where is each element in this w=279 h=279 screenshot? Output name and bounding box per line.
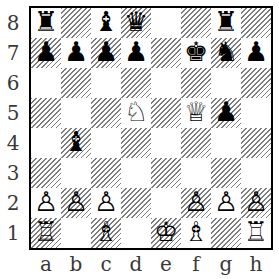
- square-h1[interactable]: ♖: [241, 218, 271, 248]
- file-label-g: g: [211, 251, 241, 277]
- piece-white-pawn[interactable]: ♙: [214, 187, 238, 217]
- square-e2[interactable]: [151, 188, 181, 218]
- rank-label-8: 8: [0, 8, 26, 38]
- piece-white-rook[interactable]: ♖: [244, 217, 268, 247]
- rank-label-4: 4: [0, 128, 26, 158]
- piece-black-bishop[interactable]: ♝: [94, 7, 118, 37]
- piece-black-pawn[interactable]: ♟: [244, 37, 268, 67]
- piece-white-pawn[interactable]: ♙: [94, 187, 118, 217]
- square-a8[interactable]: ♜: [31, 8, 61, 38]
- piece-white-king[interactable]: ♔: [154, 217, 178, 247]
- square-a5[interactable]: [31, 98, 61, 128]
- square-d4[interactable]: [121, 128, 151, 158]
- square-c2[interactable]: ♙: [91, 188, 121, 218]
- piece-black-pawn[interactable]: ♟: [34, 37, 58, 67]
- square-d1[interactable]: [121, 218, 151, 248]
- square-b1[interactable]: [61, 218, 91, 248]
- square-c7[interactable]: ♟: [91, 38, 121, 68]
- file-label-h: h: [241, 251, 271, 277]
- square-f2[interactable]: ♙: [181, 188, 211, 218]
- square-h8[interactable]: [241, 8, 271, 38]
- square-a7[interactable]: ♟: [31, 38, 61, 68]
- square-d8[interactable]: ♛: [121, 8, 151, 38]
- chess-diagram: 8 7 6 5 4 3 2 1 ♜♝♛♜♟♟♟♟♚♞♟♘♕♟♝♙♙♙♙♙♙♖♗♔…: [0, 0, 279, 279]
- square-b2[interactable]: ♙: [61, 188, 91, 218]
- square-g6[interactable]: [211, 68, 241, 98]
- file-label-b: b: [61, 251, 91, 277]
- rank-label-5: 5: [0, 98, 26, 128]
- piece-white-pawn[interactable]: ♙: [64, 187, 88, 217]
- piece-black-pawn[interactable]: ♟: [124, 37, 148, 67]
- piece-black-rook[interactable]: ♜: [34, 7, 58, 37]
- square-g8[interactable]: ♜: [211, 8, 241, 38]
- square-f7[interactable]: ♚: [181, 38, 211, 68]
- square-a3[interactable]: [31, 158, 61, 188]
- rank-labels: 8 7 6 5 4 3 2 1: [0, 8, 26, 248]
- rank-label-3: 3: [0, 158, 26, 188]
- square-c4[interactable]: [91, 128, 121, 158]
- square-c8[interactable]: ♝: [91, 8, 121, 38]
- square-d6[interactable]: [121, 68, 151, 98]
- file-labels: a b c d e f g h: [31, 251, 271, 277]
- piece-white-queen[interactable]: ♕: [184, 97, 208, 127]
- piece-black-pawn[interactable]: ♟: [94, 37, 118, 67]
- square-d2[interactable]: [121, 188, 151, 218]
- square-c3[interactable]: [91, 158, 121, 188]
- square-e8[interactable]: [151, 8, 181, 38]
- square-e1[interactable]: ♔: [151, 218, 181, 248]
- square-f3[interactable]: [181, 158, 211, 188]
- square-g1[interactable]: [211, 218, 241, 248]
- rank-label-7: 7: [0, 38, 26, 68]
- square-e3[interactable]: [151, 158, 181, 188]
- piece-black-knight[interactable]: ♞: [214, 37, 238, 67]
- file-label-e: e: [151, 251, 181, 277]
- piece-white-bishop[interactable]: ♗: [184, 217, 208, 247]
- square-h6[interactable]: [241, 68, 271, 98]
- square-g7[interactable]: ♞: [211, 38, 241, 68]
- square-b6[interactable]: [61, 68, 91, 98]
- rank-label-6: 6: [0, 68, 26, 98]
- piece-white-knight[interactable]: ♘: [124, 97, 148, 127]
- square-e5[interactable]: [151, 98, 181, 128]
- square-g2[interactable]: ♙: [211, 188, 241, 218]
- square-b8[interactable]: [61, 8, 91, 38]
- piece-black-pawn[interactable]: ♟: [214, 97, 238, 127]
- file-label-d: d: [121, 251, 151, 277]
- square-a6[interactable]: [31, 68, 61, 98]
- square-c6[interactable]: [91, 68, 121, 98]
- square-h3[interactable]: [241, 158, 271, 188]
- square-g3[interactable]: [211, 158, 241, 188]
- file-label-f: f: [181, 251, 211, 277]
- square-g5[interactable]: ♟: [211, 98, 241, 128]
- piece-black-queen[interactable]: ♛: [124, 7, 148, 37]
- square-d5[interactable]: ♘: [121, 98, 151, 128]
- square-b3[interactable]: [61, 158, 91, 188]
- square-f1[interactable]: ♗: [181, 218, 211, 248]
- square-g4[interactable]: [211, 128, 241, 158]
- square-e4[interactable]: [151, 128, 181, 158]
- square-h4[interactable]: [241, 128, 271, 158]
- square-e7[interactable]: [151, 38, 181, 68]
- square-a1[interactable]: ♖: [31, 218, 61, 248]
- rank-label-2: 2: [0, 188, 26, 218]
- square-f4[interactable]: [181, 128, 211, 158]
- piece-white-pawn[interactable]: ♙: [34, 187, 58, 217]
- square-h7[interactable]: ♟: [241, 38, 271, 68]
- square-c5[interactable]: [91, 98, 121, 128]
- piece-white-pawn[interactable]: ♙: [184, 187, 208, 217]
- square-e6[interactable]: [151, 68, 181, 98]
- rank-label-1: 1: [0, 218, 26, 248]
- piece-black-rook[interactable]: ♜: [214, 7, 238, 37]
- piece-white-rook[interactable]: ♖: [34, 217, 58, 247]
- piece-black-pawn[interactable]: ♟: [64, 37, 88, 67]
- square-f6[interactable]: [181, 68, 211, 98]
- square-a4[interactable]: [31, 128, 61, 158]
- square-d3[interactable]: [121, 158, 151, 188]
- piece-black-bishop[interactable]: ♝: [64, 127, 88, 157]
- square-c1[interactable]: ♗: [91, 218, 121, 248]
- piece-white-pawn[interactable]: ♙: [244, 187, 268, 217]
- square-b5[interactable]: [61, 98, 91, 128]
- file-label-c: c: [91, 251, 121, 277]
- square-a2[interactable]: ♙: [31, 188, 61, 218]
- chess-board: ♜♝♛♜♟♟♟♟♚♞♟♘♕♟♝♙♙♙♙♙♙♖♗♔♗♖: [29, 6, 273, 250]
- piece-white-bishop[interactable]: ♗: [94, 217, 118, 247]
- square-f8[interactable]: [181, 8, 211, 38]
- square-d7[interactable]: ♟: [121, 38, 151, 68]
- square-f5[interactable]: ♕: [181, 98, 211, 128]
- piece-black-king[interactable]: ♚: [184, 37, 208, 67]
- square-b7[interactable]: ♟: [61, 38, 91, 68]
- square-b4[interactable]: ♝: [61, 128, 91, 158]
- square-h2[interactable]: ♙: [241, 188, 271, 218]
- square-h5[interactable]: [241, 98, 271, 128]
- file-label-a: a: [31, 251, 61, 277]
